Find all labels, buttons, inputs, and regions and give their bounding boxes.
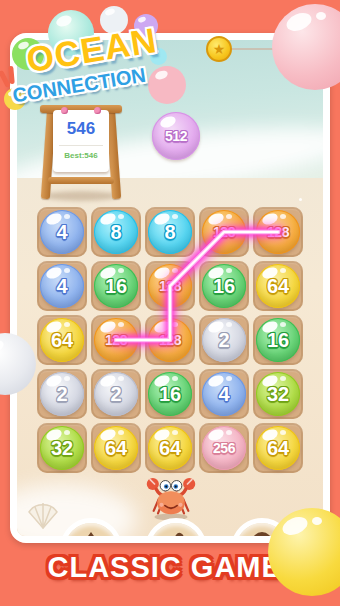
bubble-128[interactable]: 128 [256, 210, 300, 254]
grid-cell-r4c2: 64 [145, 423, 195, 473]
bubble-value: 64 [105, 438, 127, 458]
bubble-value: 2 [56, 384, 67, 404]
grid-cell-r4c3: 256 [199, 423, 249, 473]
bubble-value: 128 [159, 279, 181, 293]
grid-cell-r0c3: 128 [199, 207, 249, 257]
bubble-value: 4 [56, 222, 67, 242]
star-icon: ★ [213, 42, 226, 56]
bubble-highlight [284, 10, 314, 35]
crab-mascot [145, 472, 197, 522]
bubble-highlight [280, 514, 310, 539]
bubble-2[interactable]: 2 [40, 372, 84, 416]
grid-cell-r3c3: 4 [199, 369, 249, 419]
powerup-3-icon [252, 532, 272, 536]
scoreboard: 546 Best:546 [42, 103, 120, 201]
grid-cell-r3c2: 16 [145, 369, 195, 419]
bubble-highlight [316, 12, 326, 20]
best-score-value: Best:546 [53, 151, 109, 160]
bubble-64[interactable]: 64 [256, 426, 300, 470]
grid-cell-r2c4: 16 [253, 315, 303, 365]
bubble-4[interactable]: 4 [40, 264, 84, 308]
logo-bubble-pink [148, 66, 186, 104]
bubble-value: 16 [105, 276, 127, 296]
grid-cell-r4c4: 64 [253, 423, 303, 473]
grid-cell-r1c3: 16 [199, 261, 249, 311]
bubble-2[interactable]: 2 [94, 372, 138, 416]
grid-cell-r4c0: 32 [37, 423, 87, 473]
grid-cell-r1c0: 4 [37, 261, 87, 311]
grid-cell-r1c2: 128 [145, 261, 195, 311]
score-paper: 546 Best:546 [53, 110, 109, 172]
bubble-value: 64 [267, 276, 289, 296]
grid-cell-r1c1: 16 [91, 261, 141, 311]
score-value: 546 [53, 119, 109, 139]
bubble-128[interactable]: 128 [148, 318, 192, 362]
bubble-32[interactable]: 32 [256, 372, 300, 416]
incoming-bubble-512: 512 [152, 112, 200, 160]
bubble-value: 8 [164, 222, 175, 242]
bubble-16[interactable]: 16 [256, 318, 300, 362]
bubble-value: 8 [110, 222, 121, 242]
bubble-value: 16 [267, 330, 289, 350]
bubble-4[interactable]: 4 [202, 372, 246, 416]
bubble-128[interactable]: 128 [94, 318, 138, 362]
bubble-16[interactable]: 16 [94, 264, 138, 308]
bubble-value: 128 [213, 225, 235, 239]
bubble-value: 128 [159, 333, 181, 347]
bubble-64[interactable]: 64 [40, 318, 84, 362]
bubble-value: 64 [267, 438, 289, 458]
grid-cell-r0c4: 128 [253, 207, 303, 257]
grid-cell-r3c4: 32 [253, 369, 303, 419]
bubble-16[interactable]: 16 [202, 264, 246, 308]
powerup-2-icon [167, 532, 185, 536]
bubble-8[interactable]: 8 [94, 210, 138, 254]
bubble-value: 2 [218, 330, 229, 350]
grid-cell-r2c2: 128 [145, 315, 195, 365]
sparkle [299, 198, 302, 201]
powerup-1-icon [80, 532, 102, 536]
bubble-64[interactable]: 64 [94, 426, 138, 470]
easel-crossbar [48, 177, 114, 184]
bubble-16[interactable]: 16 [148, 372, 192, 416]
grid-cell-r0c2: 8 [145, 207, 195, 257]
bubble-value: 32 [267, 384, 289, 404]
grid-cell-r1c4: 64 [253, 261, 303, 311]
bubble-value: 256 [213, 441, 235, 455]
bubble-value: 4 [56, 276, 67, 296]
bubble-value: 16 [213, 276, 235, 296]
app-screen: 4881281284161281664641281282162216432326… [0, 0, 340, 606]
bubble-value: 16 [159, 384, 181, 404]
grid-cell-r2c0: 64 [37, 315, 87, 365]
bubble-8[interactable]: 8 [148, 210, 192, 254]
bubble-64[interactable]: 64 [148, 426, 192, 470]
seashell-icon [25, 498, 61, 530]
coin-icon: ★ [206, 36, 232, 62]
coral-icon [8, 66, 15, 84]
grid-cell-r3c0: 2 [37, 369, 87, 419]
bubble-highlight [0, 338, 5, 355]
bubble-64[interactable]: 64 [256, 264, 300, 308]
grid-cell-r4c1: 64 [91, 423, 141, 473]
bubble-128[interactable]: 128 [202, 210, 246, 254]
bubble-4[interactable]: 4 [40, 210, 84, 254]
easel-shadow [44, 191, 118, 201]
grid-cell-r0c0: 4 [37, 207, 87, 257]
grid-cell-r0c1: 8 [91, 207, 141, 257]
bubble-32[interactable]: 32 [40, 426, 84, 470]
bubble-2[interactable]: 2 [202, 318, 246, 362]
bubble-grid: 4881281284161281664641281282162216432326… [37, 207, 303, 473]
grid-cell-r2c3: 2 [199, 315, 249, 365]
bubble-highlight [312, 517, 322, 525]
bubble-value: 64 [51, 330, 73, 350]
bubble-value: 64 [159, 438, 181, 458]
game-logo: OCEAN CONNECTION [0, 4, 190, 114]
grid-cell-r2c1: 128 [91, 315, 141, 365]
bubble-value: 2 [110, 384, 121, 404]
bubble-value: 4 [218, 384, 229, 404]
bubble-value: 32 [51, 438, 73, 458]
grid-cell-r3c1: 2 [91, 369, 141, 419]
bubble-128[interactable]: 128 [148, 264, 192, 308]
bubble-value: 128 [105, 333, 127, 347]
bubble-value: 128 [267, 225, 289, 239]
bubble-256[interactable]: 256 [202, 426, 246, 470]
